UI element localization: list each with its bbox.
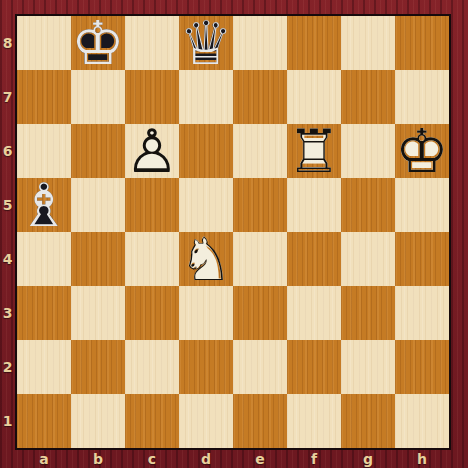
square-f1[interactable] <box>287 394 341 448</box>
square-g4[interactable] <box>341 232 395 286</box>
square-a1[interactable] <box>17 394 71 448</box>
square-b3[interactable] <box>71 286 125 340</box>
white-king-outline-icon: ♔ <box>395 124 449 178</box>
square-a2[interactable] <box>17 340 71 394</box>
rank-label-4: 4 <box>0 232 15 286</box>
square-e5[interactable] <box>233 178 287 232</box>
square-c5[interactable] <box>125 178 179 232</box>
file-label-h: h <box>395 450 449 467</box>
square-g3[interactable] <box>341 286 395 340</box>
black-bishop-outline-icon: ♗ <box>17 178 71 232</box>
square-h3[interactable] <box>395 286 449 340</box>
file-label-g: g <box>341 450 395 467</box>
square-e4[interactable] <box>233 232 287 286</box>
square-d1[interactable] <box>179 394 233 448</box>
square-f5[interactable] <box>287 178 341 232</box>
file-label-f: f <box>287 450 341 467</box>
file-label-e: e <box>233 450 287 467</box>
square-h1[interactable] <box>395 394 449 448</box>
rank-label-1: 1 <box>0 394 15 448</box>
square-e6[interactable] <box>233 124 287 178</box>
square-g2[interactable] <box>341 340 395 394</box>
square-e8[interactable] <box>233 16 287 70</box>
square-d7[interactable] <box>179 70 233 124</box>
file-label-c: c <box>125 450 179 467</box>
square-h4[interactable] <box>395 232 449 286</box>
square-g8[interactable] <box>341 16 395 70</box>
square-f4[interactable] <box>287 232 341 286</box>
piece-black-bishop-a5[interactable]: ♝♗ <box>17 178 71 232</box>
file-label-b: b <box>71 450 125 467</box>
square-b4[interactable] <box>71 232 125 286</box>
file-label-d: d <box>179 450 233 467</box>
square-h2[interactable] <box>395 340 449 394</box>
piece-black-king-b8[interactable]: ♚♔ <box>71 16 125 70</box>
chessboard-frame: ♚♔♛♕♟♙♜♖♚♔♝♗♞♘ 87654321abcdefgh <box>0 0 468 468</box>
piece-white-rook-f6[interactable]: ♜♖ <box>287 124 341 178</box>
square-h8[interactable] <box>395 16 449 70</box>
square-c3[interactable] <box>125 286 179 340</box>
black-queen-outline-icon: ♕ <box>179 16 233 70</box>
piece-white-pawn-c6[interactable]: ♟♙ <box>125 124 179 178</box>
square-b1[interactable] <box>71 394 125 448</box>
square-b2[interactable] <box>71 340 125 394</box>
square-a4[interactable] <box>17 232 71 286</box>
square-f8[interactable] <box>287 16 341 70</box>
square-e7[interactable] <box>233 70 287 124</box>
square-g1[interactable] <box>341 394 395 448</box>
square-c4[interactable] <box>125 232 179 286</box>
white-rook-outline-icon: ♖ <box>287 124 341 178</box>
square-c8[interactable] <box>125 16 179 70</box>
rank-label-3: 3 <box>0 286 15 340</box>
black-king-outline-icon: ♔ <box>71 16 125 70</box>
square-f2[interactable] <box>287 340 341 394</box>
square-a8[interactable] <box>17 16 71 70</box>
square-b6[interactable] <box>71 124 125 178</box>
square-g5[interactable] <box>341 178 395 232</box>
square-e1[interactable] <box>233 394 287 448</box>
square-f3[interactable] <box>287 286 341 340</box>
square-h5[interactable] <box>395 178 449 232</box>
piece-black-queen-d8[interactable]: ♛♕ <box>179 16 233 70</box>
square-d6[interactable] <box>179 124 233 178</box>
square-g6[interactable] <box>341 124 395 178</box>
square-e3[interactable] <box>233 286 287 340</box>
white-pawn-outline-icon: ♙ <box>125 124 179 178</box>
rank-label-8: 8 <box>0 16 15 70</box>
piece-white-king-h6[interactable]: ♚♔ <box>395 124 449 178</box>
square-b7[interactable] <box>71 70 125 124</box>
file-label-a: a <box>17 450 71 467</box>
square-d3[interactable] <box>179 286 233 340</box>
square-a3[interactable] <box>17 286 71 340</box>
white-knight-outline-icon: ♘ <box>179 232 233 286</box>
square-c2[interactable] <box>125 340 179 394</box>
piece-white-knight-d4[interactable]: ♞♘ <box>179 232 233 286</box>
rank-label-5: 5 <box>0 178 15 232</box>
rank-label-7: 7 <box>0 70 15 124</box>
rank-label-2: 2 <box>0 340 15 394</box>
square-a7[interactable] <box>17 70 71 124</box>
square-g7[interactable] <box>341 70 395 124</box>
chess-board: ♚♔♛♕♟♙♜♖♚♔♝♗♞♘ <box>15 14 451 450</box>
square-d2[interactable] <box>179 340 233 394</box>
square-b5[interactable] <box>71 178 125 232</box>
rank-label-6: 6 <box>0 124 15 178</box>
square-c1[interactable] <box>125 394 179 448</box>
square-e2[interactable] <box>233 340 287 394</box>
